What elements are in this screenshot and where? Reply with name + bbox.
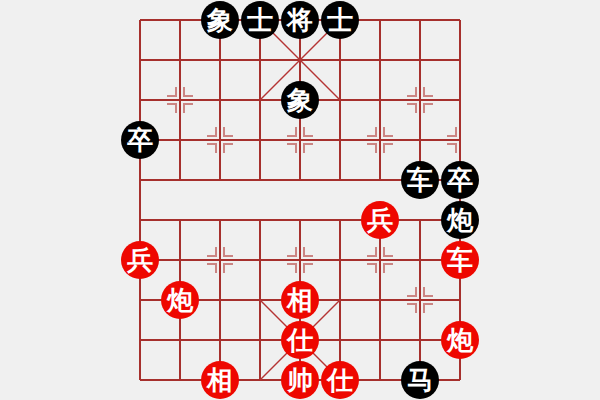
board-point[interactable]	[320, 80, 360, 120]
board-point[interactable]	[360, 320, 400, 360]
board-point[interactable]	[400, 80, 440, 120]
board-point[interactable]: 卒	[120, 120, 160, 160]
board-point[interactable]	[120, 80, 160, 120]
piece-red-advisor[interactable]: 仕	[321, 361, 359, 399]
board-point[interactable]: 兵	[120, 240, 160, 280]
board-point[interactable]	[280, 160, 320, 200]
board-grid: 象士将士象卒车卒兵炮兵车炮相仕炮相帅仕马	[120, 0, 480, 400]
board-point[interactable]	[160, 320, 200, 360]
board-point[interactable]	[320, 160, 360, 200]
board-point[interactable]	[400, 240, 440, 280]
board-point[interactable]: 仕	[280, 320, 320, 360]
board-point[interactable]: 相	[200, 360, 240, 400]
board-point[interactable]	[160, 360, 200, 400]
board-point[interactable]: 马	[400, 360, 440, 400]
piece-red-chariot[interactable]: 车	[441, 241, 479, 279]
board-point[interactable]	[240, 280, 280, 320]
board-point[interactable]	[400, 0, 440, 40]
board-point[interactable]	[280, 120, 320, 160]
board-point[interactable]: 象	[200, 0, 240, 40]
board-point[interactable]	[200, 280, 240, 320]
piece-black-advisor[interactable]: 士	[241, 1, 279, 39]
board-point[interactable]	[320, 120, 360, 160]
board-point[interactable]	[440, 40, 480, 80]
board-point[interactable]	[160, 40, 200, 80]
board-point[interactable]: 卒	[440, 160, 480, 200]
board-point[interactable]	[120, 360, 160, 400]
board-point[interactable]: 炮	[440, 200, 480, 240]
piece-red-elephant[interactable]: 相	[201, 361, 239, 399]
board-point[interactable]: 相	[280, 280, 320, 320]
board-point[interactable]	[160, 80, 200, 120]
board-point[interactable]	[320, 240, 360, 280]
piece-black-advisor[interactable]: 士	[321, 1, 359, 39]
piece-black-chariot[interactable]: 车	[401, 161, 439, 199]
board-point[interactable]	[320, 280, 360, 320]
board-point[interactable]	[200, 200, 240, 240]
piece-black-general[interactable]: 将	[281, 1, 319, 39]
board-point[interactable]	[280, 240, 320, 280]
board-point[interactable]	[280, 200, 320, 240]
board-point[interactable]: 士	[320, 0, 360, 40]
xiangqi-board: 象士将士象卒车卒兵炮兵车炮相仕炮相帅仕马	[0, 0, 600, 400]
board-point[interactable]	[440, 80, 480, 120]
board-point[interactable]	[400, 200, 440, 240]
board-point[interactable]	[400, 120, 440, 160]
board-point[interactable]	[320, 320, 360, 360]
board-point[interactable]	[360, 280, 400, 320]
board-point[interactable]	[360, 40, 400, 80]
board-point[interactable]: 炮	[160, 280, 200, 320]
board-point[interactable]	[120, 200, 160, 240]
piece-red-elephant[interactable]: 相	[281, 281, 319, 319]
board-point[interactable]: 仕	[320, 360, 360, 400]
piece-red-cannon[interactable]: 炮	[161, 281, 199, 319]
board-point[interactable]	[200, 120, 240, 160]
board-point[interactable]: 士	[240, 0, 280, 40]
board-point[interactable]	[120, 0, 160, 40]
board-point[interactable]: 象	[280, 80, 320, 120]
board-point[interactable]	[160, 200, 200, 240]
piece-red-soldier[interactable]: 兵	[121, 241, 159, 279]
board-point[interactable]	[440, 280, 480, 320]
board-point[interactable]: 帅	[280, 360, 320, 400]
board-point[interactable]	[360, 360, 400, 400]
board-point[interactable]	[240, 320, 280, 360]
board-point[interactable]	[120, 280, 160, 320]
piece-red-general[interactable]: 帅	[281, 361, 319, 399]
board-point[interactable]	[200, 240, 240, 280]
board-point[interactable]: 车	[400, 160, 440, 200]
board-point[interactable]	[440, 360, 480, 400]
piece-black-horse[interactable]: 马	[401, 361, 439, 399]
board-point[interactable]: 炮	[440, 320, 480, 360]
board-point[interactable]	[240, 40, 280, 80]
board-point[interactable]	[280, 40, 320, 80]
board-point[interactable]	[360, 160, 400, 200]
board-point[interactable]	[240, 240, 280, 280]
board-point[interactable]: 兵	[360, 200, 400, 240]
board-point[interactable]	[200, 160, 240, 200]
board-point[interactable]	[400, 320, 440, 360]
board-point[interactable]: 车	[440, 240, 480, 280]
board-point[interactable]	[320, 40, 360, 80]
board-point[interactable]	[360, 120, 400, 160]
piece-red-advisor[interactable]: 仕	[281, 321, 319, 359]
piece-red-soldier[interactable]: 兵	[361, 201, 399, 239]
piece-black-soldier[interactable]: 卒	[441, 161, 479, 199]
board-point[interactable]	[160, 0, 200, 40]
board-point[interactable]	[360, 240, 400, 280]
board-point[interactable]	[240, 360, 280, 400]
board-point[interactable]	[440, 0, 480, 40]
piece-black-cannon[interactable]: 炮	[441, 201, 479, 239]
piece-red-cannon[interactable]: 炮	[441, 321, 479, 359]
board-point[interactable]: 将	[280, 0, 320, 40]
board-point[interactable]	[240, 120, 280, 160]
board-point[interactable]	[160, 120, 200, 160]
board-point[interactable]	[360, 80, 400, 120]
board-point[interactable]	[200, 80, 240, 120]
board-point[interactable]	[120, 160, 160, 200]
board-point[interactable]	[160, 240, 200, 280]
board-point[interactable]	[240, 200, 280, 240]
piece-black-elephant[interactable]: 象	[281, 81, 319, 119]
board-point[interactable]	[400, 280, 440, 320]
board-point[interactable]	[240, 160, 280, 200]
board-point[interactable]	[400, 40, 440, 80]
board-point[interactable]	[360, 0, 400, 40]
board-point[interactable]	[320, 200, 360, 240]
board-point[interactable]	[120, 40, 160, 80]
board-point[interactable]	[440, 120, 480, 160]
board-point[interactable]	[200, 320, 240, 360]
board-point[interactable]	[120, 320, 160, 360]
board-point[interactable]	[160, 160, 200, 200]
board-point[interactable]	[200, 40, 240, 80]
piece-black-elephant[interactable]: 象	[201, 1, 239, 39]
piece-black-soldier[interactable]: 卒	[121, 121, 159, 159]
board-point[interactable]	[240, 80, 280, 120]
